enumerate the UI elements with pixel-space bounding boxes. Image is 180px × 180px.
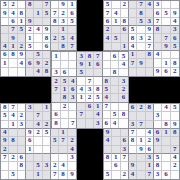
sudoku-cell-r20c19[interactable]: 6 (162, 171, 170, 179)
sudoku-cell-r12c17[interactable]: 8 (146, 104, 154, 112)
sudoku-cell-r16c15[interactable]: 8 (129, 137, 137, 145)
sudoku-cell-r14c11[interactable]: 3 (94, 119, 102, 127)
sudoku-cell-r8c17[interactable] (146, 68, 154, 76)
sudoku-cell-r12c3[interactable]: 3 (26, 104, 34, 112)
sudoku-cell-r8c3[interactable] (26, 68, 34, 76)
grid-center: 1387659164365825478371643852831254626176… (51, 51, 128, 128)
sudoku-cell-r18c3[interactable] (26, 154, 34, 162)
sudoku-cell-r5c16[interactable] (137, 43, 145, 51)
sudoku-cell-r5c5[interactable]: 6 (43, 43, 51, 51)
sudoku-cell-r20c17[interactable]: 7 (146, 171, 154, 179)
sudoku-cell-r20c0[interactable] (1, 171, 9, 179)
sudoku-cell-r16c19[interactable] (162, 137, 170, 145)
sudoku-cell-r8c0[interactable] (1, 68, 9, 76)
sudoku-cell-r4c16[interactable]: 3 (137, 34, 145, 42)
sudoku-cell-r14c8[interactable]: 7 (69, 119, 77, 127)
sudoku-cell-r8c18[interactable]: 9 (154, 68, 162, 76)
sudoku-cell-r2c8[interactable]: 5 (68, 18, 76, 26)
sudoku-cell-r12c5[interactable]: 1 (43, 104, 51, 112)
sudoku-cell-r1c0[interactable]: 9 (1, 9, 9, 17)
sudoku-cell-r7c17[interactable] (146, 59, 154, 67)
sudoku-cell-r16c13[interactable] (112, 137, 120, 145)
sudoku-cell-r8c11[interactable] (94, 69, 102, 77)
sudoku-cell-r14c16[interactable]: 7 (137, 121, 145, 129)
sudoku-cell-r6c7[interactable] (61, 52, 69, 60)
sudoku-cell-r20c5[interactable] (43, 171, 51, 179)
sudoku-cell-r20c16[interactable] (137, 171, 145, 179)
sudoku-cell-r19c2[interactable]: 8 (18, 162, 26, 170)
sudoku-cell-r4c6[interactable]: 2 (51, 34, 59, 42)
sudoku-cell-r7c14[interactable]: 4 (119, 61, 127, 69)
sudoku-cell-r20c4[interactable]: 1 (34, 171, 42, 179)
sudoku-cell-r11c13[interactable] (111, 94, 119, 102)
sudoku-cell-r14c6[interactable]: 8 (52, 119, 60, 127)
sudoku-cell-r13c18[interactable]: 3 (154, 112, 162, 120)
sudoku-cell-r15c20[interactable]: 8 (171, 129, 179, 137)
sudoku-cell-r12c16[interactable]: 2 (137, 104, 145, 112)
sudoku-cell-r7c8[interactable] (69, 61, 77, 69)
sudoku-cell-r1c15[interactable] (129, 9, 137, 17)
sudoku-cell-r8c5[interactable]: 8 (43, 68, 51, 76)
sudoku-cell-r17c5[interactable] (43, 146, 51, 154)
sudoku-cell-r20c20[interactable] (171, 171, 179, 179)
sudoku-cell-r11c8[interactable]: 3 (69, 94, 77, 102)
sudoku-cell-r13c8[interactable] (69, 111, 77, 119)
sudoku-cell-r15c2[interactable] (18, 129, 26, 137)
sudoku-cell-r8c2[interactable] (18, 68, 26, 76)
sudoku-cell-r13c10[interactable] (86, 111, 94, 119)
sudoku-cell-r18c14[interactable]: 7 (121, 154, 129, 162)
sudoku-cell-r19c0[interactable] (1, 162, 9, 170)
sudoku-cell-r7c15[interactable]: 7 (129, 59, 137, 67)
sudoku-cell-r19c3[interactable] (26, 162, 34, 170)
sudoku-cell-r2c0[interactable] (1, 18, 9, 26)
sudoku-cell-r5c12[interactable] (104, 43, 112, 51)
sudoku-cell-r17c16[interactable]: 9 (137, 146, 145, 154)
sudoku-cell-r20c14[interactable]: 2 (121, 171, 129, 179)
sudoku-cell-r0c3[interactable]: 8 (26, 1, 34, 9)
sudoku-cell-r16c2[interactable] (18, 137, 26, 145)
sudoku-cell-r8c20[interactable]: 2 (171, 68, 179, 76)
sudoku-cell-r19c5[interactable]: 3 (43, 162, 51, 170)
sudoku-cell-r4c13[interactable]: 5 (112, 34, 120, 42)
sudoku-cell-r6c12[interactable] (103, 52, 111, 60)
sudoku-cell-r15c13[interactable] (112, 129, 120, 137)
sudoku-cell-r7c0[interactable]: 1 (1, 59, 9, 67)
sudoku-cell-r0c17[interactable]: 4 (146, 1, 154, 9)
sudoku-cell-r16c18[interactable]: 9 (154, 137, 162, 145)
sudoku-cell-r20c2[interactable] (18, 171, 26, 179)
sudoku-cell-r0c14[interactable]: 2 (121, 1, 129, 9)
sudoku-cell-r12c19[interactable]: 4 (162, 104, 170, 112)
sudoku-cell-r8c13[interactable]: 8 (111, 69, 119, 77)
sudoku-cell-r7c12[interactable] (103, 61, 111, 69)
sudoku-cell-r13c6[interactable]: 6 (52, 111, 60, 119)
sudoku-cell-r6c18[interactable]: 4 (154, 51, 162, 59)
sudoku-cell-r8c9[interactable]: 5 (77, 69, 85, 77)
sudoku-cell-r15c5[interactable]: 5 (43, 129, 51, 137)
sudoku-cell-r14c1[interactable]: 1 (9, 121, 17, 129)
sudoku-cell-r3c18[interactable]: 8 (154, 26, 162, 34)
sudoku-cell-r13c13[interactable]: 5 (111, 111, 119, 119)
sudoku-cell-r12c7[interactable]: 2 (61, 103, 69, 111)
sudoku-cell-r4c12[interactable]: 4 (104, 34, 112, 42)
sudoku-cell-r9c13[interactable] (111, 77, 119, 85)
sudoku-cell-r6c6[interactable]: 1 (52, 52, 60, 60)
sudoku-cell-r16c12[interactable]: 4 (104, 137, 112, 145)
sudoku-cell-r20c13[interactable] (112, 171, 120, 179)
sudoku-cell-r6c1[interactable]: 8 (9, 51, 17, 59)
sudoku-cell-r11c9[interactable]: 1 (77, 94, 85, 102)
sudoku-cell-r17c19[interactable] (162, 146, 170, 154)
sudoku-cell-r10c13[interactable] (111, 86, 119, 94)
sudoku-cell-r14c2[interactable]: 3 (18, 121, 26, 129)
sudoku-cell-r20c8[interactable]: 9 (68, 171, 76, 179)
sudoku-cell-r17c4[interactable] (34, 146, 42, 154)
sudoku-cell-r20c18[interactable]: 3 (154, 171, 162, 179)
sudoku-cell-r20c12[interactable]: 5 (104, 171, 112, 179)
sudoku-cell-r18c1[interactable]: 2 (9, 154, 17, 162)
sudoku-cell-r15c4[interactable]: 2 (34, 129, 42, 137)
sudoku-cell-r13c12[interactable] (103, 111, 111, 119)
sudoku-cell-r7c16[interactable]: 9 (137, 59, 145, 67)
sudoku-cell-r14c10[interactable] (86, 119, 94, 127)
sudoku-cell-r5c7[interactable]: 8 (59, 43, 67, 51)
sudoku-cell-r3c14[interactable]: 6 (121, 26, 129, 34)
sudoku-cell-r14c7[interactable] (61, 119, 69, 127)
sudoku-cell-r16c6[interactable]: 5 (51, 137, 59, 145)
sudoku-cell-r13c0[interactable]: 5 (1, 112, 9, 120)
sudoku-cell-r12c10[interactable]: 6 (86, 103, 94, 111)
sudoku-cell-r13c17[interactable] (146, 112, 154, 120)
sudoku-cell-r17c7[interactable] (59, 146, 67, 154)
sudoku-cell-r6c17[interactable]: 8 (146, 51, 154, 59)
sudoku-cell-r20c7[interactable]: 8 (59, 171, 67, 179)
sudoku-cell-r7c11[interactable]: 6 (94, 61, 102, 69)
sudoku-cell-r2c6[interactable]: 8 (51, 18, 59, 26)
sudoku-cell-r5c8[interactable]: 7 (68, 43, 76, 51)
sudoku-cell-r13c3[interactable] (26, 112, 34, 120)
sudoku-cell-r8c4[interactable]: 4 (34, 68, 42, 76)
sudoku-cell-r3c2[interactable]: 5 (18, 26, 26, 34)
sudoku-cell-r7c1[interactable] (9, 59, 17, 67)
sudoku-cell-r6c8[interactable] (69, 52, 77, 60)
sudoku-cell-r20c6[interactable]: 7 (51, 171, 59, 179)
sudoku-cell-r17c15[interactable] (129, 146, 137, 154)
sudoku-cell-r14c13[interactable]: 4 (111, 119, 119, 127)
sudoku-cell-r14c12[interactable]: 6 (103, 119, 111, 127)
sudoku-cell-r13c11[interactable]: 4 (94, 111, 102, 119)
sudoku-cell-r17c6[interactable] (51, 146, 59, 154)
sudoku-cell-r14c9[interactable] (77, 119, 85, 127)
sudoku-cell-r8c16[interactable] (137, 68, 145, 76)
sudoku-cell-r11c6[interactable] (52, 94, 60, 102)
sudoku-cell-r20c15[interactable]: 4 (129, 171, 137, 179)
sudoku-cell-r8c19[interactable]: 6 (162, 68, 170, 76)
sudoku-cell-r19c20[interactable]: 2 (171, 162, 179, 170)
sudoku-cell-r3c4[interactable]: 4 (34, 26, 42, 34)
sudoku-cell-r5c3[interactable]: 5 (26, 43, 34, 51)
sudoku-cell-r2c16[interactable]: 5 (137, 18, 145, 26)
samurai-sudoku-board: 5287919481572661983575249191825441256876… (0, 0, 180, 180)
sudoku-cell-r19c16[interactable] (137, 162, 145, 170)
sudoku-cell-r12c20[interactable]: 5 (171, 104, 179, 112)
sudoku-cell-r1c19[interactable]: 5 (162, 9, 170, 17)
sudoku-cell-r16c7[interactable]: 7 (59, 137, 67, 145)
sudoku-cell-r15c19[interactable]: 1 (162, 129, 170, 137)
sudoku-cell-r13c14[interactable]: 8 (119, 111, 127, 119)
sudoku-cell-r13c7[interactable] (61, 111, 69, 119)
sudoku-cell-r14c14[interactable] (119, 119, 127, 127)
sudoku-cell-r7c2[interactable]: 4 (18, 59, 26, 67)
sudoku-cell-r8c1[interactable] (9, 68, 17, 76)
sudoku-cell-r18c0[interactable]: 7 (1, 154, 9, 162)
sudoku-cell-r18c16[interactable] (137, 154, 145, 162)
sudoku-cell-r20c3[interactable] (26, 171, 34, 179)
sudoku-cell-r10c6[interactable]: 7 (52, 86, 60, 94)
sudoku-cell-r18c12[interactable]: 8 (104, 154, 112, 162)
sudoku-cell-r18c19[interactable] (162, 154, 170, 162)
sudoku-cell-r7c10[interactable]: 1 (86, 61, 94, 69)
sudoku-cell-r1c5[interactable]: 5 (43, 9, 51, 17)
sudoku-cell-r16c4[interactable] (34, 137, 42, 145)
sudoku-cell-r11c14[interactable]: 6 (119, 94, 127, 102)
sudoku-cell-r12c8[interactable] (69, 103, 77, 111)
sudoku-cell-r2c13[interactable]: 1 (112, 18, 120, 26)
sudoku-cell-r5c20[interactable]: 5 (171, 43, 179, 51)
sudoku-cell-r7c3[interactable]: 6 (26, 59, 34, 67)
sudoku-cell-r3c0[interactable] (1, 26, 9, 34)
sudoku-cell-r12c12[interactable]: 7 (103, 103, 111, 111)
sudoku-cell-r20c1[interactable]: 5 (9, 171, 17, 179)
sudoku-cell-r16c1[interactable]: 8 (9, 137, 17, 145)
sudoku-cell-r18c8[interactable]: 3 (68, 154, 76, 162)
sudoku-cell-r4c4[interactable] (34, 34, 42, 42)
sudoku-cell-r19c13[interactable]: 6 (112, 162, 120, 170)
sudoku-cell-r2c19[interactable] (162, 18, 170, 26)
sudoku-cell-r4c18[interactable] (154, 34, 162, 42)
sudoku-cell-r5c19[interactable]: 9 (162, 43, 170, 51)
sudoku-cell-r8c15[interactable] (129, 68, 137, 76)
sudoku-cell-r16c5[interactable] (43, 137, 51, 145)
sudoku-cell-r1c4[interactable]: 1 (34, 9, 42, 17)
sudoku-cell-r6c13[interactable]: 6 (111, 52, 119, 60)
sudoku-cell-r12c15[interactable]: 6 (129, 104, 137, 112)
sudoku-cell-r17c3[interactable]: 1 (26, 146, 34, 154)
sudoku-cell-r13c9[interactable]: 7 (77, 111, 85, 119)
sudoku-cell-r0c15[interactable] (129, 1, 137, 9)
